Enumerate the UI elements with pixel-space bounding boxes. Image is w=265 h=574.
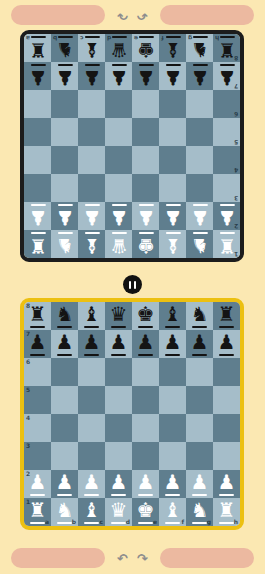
square-b6[interactable]: [51, 90, 78, 118]
square-a3[interactable]: [24, 174, 51, 202]
square-a7[interactable]: ♟7: [24, 330, 51, 358]
square-h2[interactable]: ♟2: [213, 202, 240, 230]
black-knight: ♞: [191, 36, 209, 60]
square-b4[interactable]: [51, 414, 78, 442]
rank-label-7: 7: [234, 83, 238, 89]
white-pawn: ♟: [56, 204, 74, 228]
black-bishop: ♝: [83, 304, 101, 328]
square-e6[interactable]: [132, 90, 159, 118]
rank-label-1: 1: [26, 499, 30, 505]
square-e8[interactable]: ♚e: [132, 34, 159, 62]
square-h5[interactable]: [213, 386, 240, 414]
square-g4[interactable]: [186, 414, 213, 442]
square-e4[interactable]: [132, 146, 159, 174]
black-pawn: ♟: [137, 64, 155, 88]
black-pawn: ♟: [218, 332, 236, 356]
square-a6[interactable]: [24, 90, 51, 118]
square-c8[interactable]: ♝c: [78, 34, 105, 62]
rank-label-3: 3: [26, 443, 30, 449]
file-label-b: b: [72, 519, 76, 525]
white-pawn: ♟: [164, 472, 182, 496]
black-rook: ♜: [29, 36, 47, 60]
square-e5[interactable]: [132, 118, 159, 146]
rank-label-6: 6: [234, 111, 238, 117]
white-pawn: ♟: [191, 204, 209, 228]
square-c1[interactable]: ♝: [78, 230, 105, 258]
black-pawn: ♟: [83, 64, 101, 88]
square-b7[interactable]: ♟: [51, 62, 78, 90]
square-h3[interactable]: 3: [213, 174, 240, 202]
square-a7[interactable]: ♟: [24, 62, 51, 90]
black-knight: ♞: [56, 304, 74, 328]
redo-icon[interactable]: ↷: [137, 552, 148, 565]
black-pawn: ♟: [164, 64, 182, 88]
black-pawn: ♟: [56, 332, 74, 356]
undo-icon[interactable]: ↶: [137, 9, 148, 22]
white-pawn: ♟: [137, 204, 155, 228]
pause-button[interactable]: [123, 275, 142, 294]
square-c8[interactable]: ♝: [78, 302, 105, 330]
pause-icon: [134, 281, 137, 289]
rank-label-3: 3: [234, 195, 238, 201]
square-g8[interactable]: ♞g: [186, 34, 213, 62]
square-a5[interactable]: [24, 118, 51, 146]
square-h6[interactable]: [213, 358, 240, 386]
square-f5[interactable]: [159, 386, 186, 414]
square-f6[interactable]: [159, 90, 186, 118]
square-d5[interactable]: [105, 386, 132, 414]
player2-control-bar: ↶ ↷: [0, 5, 265, 25]
square-d6[interactable]: [105, 90, 132, 118]
black-rook: ♜: [218, 36, 236, 60]
white-pawn: ♟: [110, 204, 128, 228]
white-bishop: ♝: [164, 232, 182, 256]
white-king: ♚: [137, 232, 155, 256]
white-bishop: ♝: [83, 500, 101, 524]
square-d8[interactable]: ♛d: [105, 34, 132, 62]
black-king: ♚: [137, 36, 155, 60]
rank-label-8: 8: [234, 55, 238, 61]
white-pawn: ♟: [29, 472, 47, 496]
rank-label-7: 7: [26, 331, 30, 337]
redo-icon[interactable]: ↷: [117, 9, 128, 22]
white-pawn: ♟: [110, 472, 128, 496]
file-label-e: e: [153, 519, 157, 525]
square-b3[interactable]: [51, 442, 78, 470]
square-g2[interactable]: ♟: [186, 202, 213, 230]
file-label-e: e: [134, 35, 138, 41]
rank-label-6: 6: [26, 359, 30, 365]
square-c1[interactable]: ♝c: [78, 498, 105, 526]
board-player2: ♜a♞b♝c♛d♚e♝f♞g♜8h♟♟♟♟♟♟♟♟76543♟♟♟♟♟♟♟♟2♜…: [20, 30, 244, 262]
black-rook: ♜: [29, 304, 47, 328]
square-h2[interactable]: ♟: [213, 470, 240, 498]
white-rook: ♜: [29, 232, 47, 256]
square-c6[interactable]: [78, 90, 105, 118]
square-b4[interactable]: [51, 146, 78, 174]
square-f8[interactable]: ♝f: [159, 34, 186, 62]
player1-right-pill-button[interactable]: [160, 548, 254, 568]
square-g1[interactable]: ♞g: [186, 498, 213, 526]
square-a2[interactable]: ♟: [24, 202, 51, 230]
square-d1[interactable]: ♛: [105, 230, 132, 258]
square-h7[interactable]: ♟7: [213, 62, 240, 90]
square-g4[interactable]: [186, 146, 213, 174]
board-player1: ♜8♞♝♛♚♝♞♜♟7♟♟♟♟♟♟♟6543♟2♟♟♟♟♟♟♟♜1a♞b♝c♛d…: [20, 298, 244, 530]
square-e3[interactable]: [132, 442, 159, 470]
square-c4[interactable]: [78, 414, 105, 442]
square-h1[interactable]: ♜1: [213, 230, 240, 258]
black-pawn: ♟: [56, 64, 74, 88]
square-a1[interactable]: ♜: [24, 230, 51, 258]
square-a1[interactable]: ♜1a: [24, 498, 51, 526]
square-d2[interactable]: ♟: [105, 202, 132, 230]
white-pawn: ♟: [29, 204, 47, 228]
square-b5[interactable]: [51, 386, 78, 414]
player2-undo-redo-group: ↶ ↷: [117, 9, 148, 22]
square-c4[interactable]: [78, 146, 105, 174]
square-b6[interactable]: [51, 358, 78, 386]
square-c7[interactable]: ♟: [78, 330, 105, 358]
player1-left-pill-button[interactable]: [11, 548, 105, 568]
square-b1[interactable]: ♞b: [51, 498, 78, 526]
rank-label-1: 1: [234, 251, 238, 257]
player2-right-pill-button[interactable]: [160, 5, 254, 25]
square-c2[interactable]: ♟: [78, 202, 105, 230]
square-c7[interactable]: ♟: [78, 62, 105, 90]
black-pawn: ♟: [29, 332, 47, 356]
file-label-a: a: [45, 519, 49, 525]
black-queen: ♛: [110, 36, 128, 60]
square-b8[interactable]: ♞b: [51, 34, 78, 62]
square-g3[interactable]: [186, 174, 213, 202]
square-f3[interactable]: [159, 442, 186, 470]
black-pawn: ♟: [191, 332, 209, 356]
square-b8[interactable]: ♞: [51, 302, 78, 330]
square-c2[interactable]: ♟: [78, 470, 105, 498]
white-king: ♚: [137, 500, 155, 524]
square-d1[interactable]: ♛d: [105, 498, 132, 526]
black-knight: ♞: [191, 304, 209, 328]
undo-icon[interactable]: ↶: [117, 552, 128, 565]
file-label-b: b: [53, 35, 57, 41]
white-pawn: ♟: [83, 472, 101, 496]
square-f4[interactable]: [159, 146, 186, 174]
square-g6[interactable]: [186, 90, 213, 118]
white-knight: ♞: [56, 232, 74, 256]
player2-left-pill-button[interactable]: [11, 5, 105, 25]
white-bishop: ♝: [83, 232, 101, 256]
square-g7[interactable]: ♟: [186, 62, 213, 90]
square-b3[interactable]: [51, 174, 78, 202]
square-a8[interactable]: ♜a: [24, 34, 51, 62]
rank-label-4: 4: [234, 167, 238, 173]
square-e3[interactable]: [132, 174, 159, 202]
rank-label-5: 5: [26, 387, 30, 393]
white-pawn: ♟: [191, 472, 209, 496]
square-e7[interactable]: ♟: [132, 330, 159, 358]
square-f8[interactable]: ♝: [159, 302, 186, 330]
white-queen: ♛: [110, 232, 128, 256]
white-pawn: ♟: [218, 472, 236, 496]
square-d8[interactable]: ♛: [105, 302, 132, 330]
square-d3[interactable]: [105, 174, 132, 202]
file-label-d: d: [107, 35, 111, 41]
black-pawn: ♟: [164, 332, 182, 356]
black-pawn: ♟: [137, 332, 155, 356]
square-d4[interactable]: [105, 414, 132, 442]
square-h4[interactable]: [213, 414, 240, 442]
square-a4[interactable]: [24, 146, 51, 174]
white-pawn: ♟: [137, 472, 155, 496]
square-b2[interactable]: ♟: [51, 202, 78, 230]
file-label-c: c: [99, 519, 103, 525]
black-queen: ♛: [110, 304, 128, 328]
white-bishop: ♝: [164, 500, 182, 524]
white-pawn: ♟: [218, 204, 236, 228]
square-c3[interactable]: [78, 442, 105, 470]
square-d7[interactable]: ♟: [105, 62, 132, 90]
square-g5[interactable]: [186, 118, 213, 146]
square-g8[interactable]: ♞: [186, 302, 213, 330]
file-label-d: d: [126, 519, 130, 525]
square-d3[interactable]: [105, 442, 132, 470]
square-e8[interactable]: ♚: [132, 302, 159, 330]
square-f1[interactable]: ♝f: [159, 498, 186, 526]
black-bishop: ♝: [164, 304, 182, 328]
square-g1[interactable]: ♞: [186, 230, 213, 258]
square-d7[interactable]: ♟: [105, 330, 132, 358]
rank-label-5: 5: [234, 139, 238, 145]
file-label-g: g: [188, 35, 192, 41]
white-pawn: ♟: [164, 204, 182, 228]
file-label-a: a: [26, 35, 30, 41]
square-h1[interactable]: ♜h: [213, 498, 240, 526]
white-pawn: ♟: [56, 472, 74, 496]
square-d5[interactable]: [105, 118, 132, 146]
black-rook: ♜: [218, 304, 236, 328]
rank-label-4: 4: [26, 415, 30, 421]
square-h3[interactable]: [213, 442, 240, 470]
square-e2[interactable]: ♟: [132, 470, 159, 498]
black-knight: ♞: [56, 36, 74, 60]
white-rook: ♜: [29, 500, 47, 524]
square-h8[interactable]: ♜: [213, 302, 240, 330]
square-g5[interactable]: [186, 386, 213, 414]
square-b5[interactable]: [51, 118, 78, 146]
square-e1[interactable]: ♚e: [132, 498, 159, 526]
square-a5[interactable]: 5: [24, 386, 51, 414]
rank-label-8: 8: [26, 303, 30, 309]
square-c6[interactable]: [78, 358, 105, 386]
square-f3[interactable]: [159, 174, 186, 202]
square-a3[interactable]: 3: [24, 442, 51, 470]
black-pawn: ♟: [110, 64, 128, 88]
black-king: ♚: [137, 304, 155, 328]
square-f1[interactable]: ♝: [159, 230, 186, 258]
square-c5[interactable]: [78, 386, 105, 414]
square-g2[interactable]: ♟: [186, 470, 213, 498]
square-f4[interactable]: [159, 414, 186, 442]
white-pawn: ♟: [83, 204, 101, 228]
black-bishop: ♝: [83, 36, 101, 60]
square-h6[interactable]: 6: [213, 90, 240, 118]
black-pawn: ♟: [110, 332, 128, 356]
square-c3[interactable]: [78, 174, 105, 202]
square-f2[interactable]: ♟: [159, 470, 186, 498]
pause-icon: [129, 281, 132, 289]
black-pawn: ♟: [29, 64, 47, 88]
square-b1[interactable]: ♞: [51, 230, 78, 258]
square-e4[interactable]: [132, 414, 159, 442]
square-f7[interactable]: ♟: [159, 330, 186, 358]
rank-label-2: 2: [26, 471, 30, 477]
square-a4[interactable]: 4: [24, 414, 51, 442]
square-d6[interactable]: [105, 358, 132, 386]
square-e1[interactable]: ♚: [132, 230, 159, 258]
square-f5[interactable]: [159, 118, 186, 146]
square-a2[interactable]: ♟2: [24, 470, 51, 498]
file-label-f: f: [161, 35, 164, 41]
square-e5[interactable]: [132, 386, 159, 414]
square-g7[interactable]: ♟: [186, 330, 213, 358]
black-bishop: ♝: [164, 36, 182, 60]
player1-undo-redo-group: ↶ ↷: [117, 552, 148, 565]
square-e2[interactable]: ♟: [132, 202, 159, 230]
square-h5[interactable]: 5: [213, 118, 240, 146]
square-a8[interactable]: ♜8: [24, 302, 51, 330]
square-a6[interactable]: 6: [24, 358, 51, 386]
square-h8[interactable]: ♜8h: [213, 34, 240, 62]
rank-label-2: 2: [234, 223, 238, 229]
file-label-f: f: [181, 519, 184, 525]
white-knight: ♞: [191, 232, 209, 256]
square-e7[interactable]: ♟: [132, 62, 159, 90]
file-label-h: h: [234, 519, 238, 525]
square-g3[interactable]: [186, 442, 213, 470]
file-label-h: h: [215, 35, 219, 41]
file-label-c: c: [80, 35, 84, 41]
square-h7[interactable]: ♟: [213, 330, 240, 358]
square-f2[interactable]: ♟: [159, 202, 186, 230]
white-rook: ♜: [218, 232, 236, 256]
square-g6[interactable]: [186, 358, 213, 386]
square-c5[interactable]: [78, 118, 105, 146]
square-f6[interactable]: [159, 358, 186, 386]
square-e6[interactable]: [132, 358, 159, 386]
square-b2[interactable]: ♟: [51, 470, 78, 498]
square-d4[interactable]: [105, 146, 132, 174]
square-b7[interactable]: ♟: [51, 330, 78, 358]
black-pawn: ♟: [83, 332, 101, 356]
file-label-g: g: [207, 519, 211, 525]
black-pawn: ♟: [191, 64, 209, 88]
square-f7[interactable]: ♟: [159, 62, 186, 90]
square-d2[interactable]: ♟: [105, 470, 132, 498]
player1-control-bar: ↶ ↷: [0, 548, 265, 568]
black-pawn: ♟: [218, 64, 236, 88]
square-h4[interactable]: 4: [213, 146, 240, 174]
